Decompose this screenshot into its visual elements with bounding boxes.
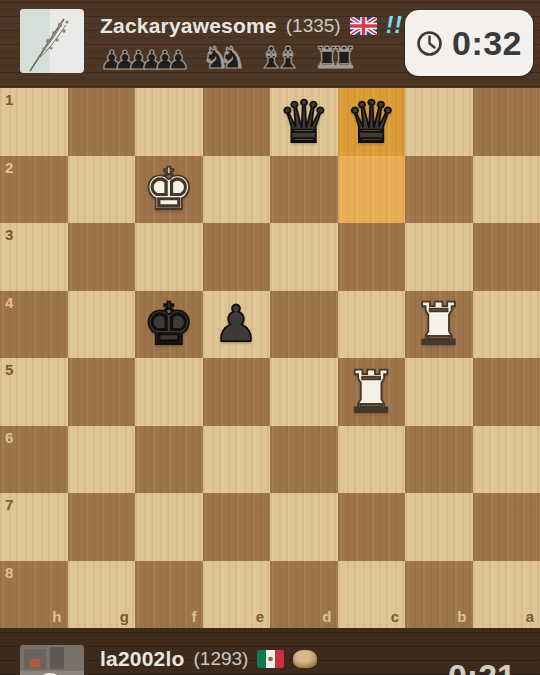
- square-g7[interactable]: [68, 493, 136, 561]
- square-e5[interactable]: [203, 358, 271, 426]
- square-a5[interactable]: [473, 358, 540, 426]
- square-h6[interactable]: 6: [0, 426, 68, 494]
- square-b6[interactable]: [405, 426, 473, 494]
- piece-white-rook-c5[interactable]: ♜: [345, 363, 397, 421]
- file-label-g: g: [120, 609, 129, 624]
- square-d7[interactable]: [270, 493, 338, 561]
- captured-pieces-row: ♟♟♟♟♟♟♞♞♝♝♜♜: [100, 41, 403, 73]
- square-c8[interactable]: c: [338, 561, 406, 629]
- square-a7[interactable]: [473, 493, 540, 561]
- square-a1[interactable]: [473, 88, 540, 156]
- captured-rook-icon: ♜: [330, 43, 357, 73]
- captured-knight-icon: ♞: [219, 43, 246, 73]
- square-h8[interactable]: 8h: [0, 561, 68, 629]
- captured-bishop-icon: ♝: [275, 43, 302, 73]
- file-label-h: h: [52, 609, 61, 624]
- captured-knight-group: ♞♞: [202, 43, 246, 73]
- square-b7[interactable]: [405, 493, 473, 561]
- rank-label-8: 8: [5, 565, 13, 580]
- square-e4[interactable]: ♟: [203, 291, 271, 359]
- opponent-clock: 0:32: [405, 10, 533, 76]
- mexico-flag-icon: [257, 650, 284, 668]
- rank-label-2: 2: [5, 160, 13, 175]
- own-avatar[interactable]: [20, 645, 84, 675]
- square-g5[interactable]: [68, 358, 136, 426]
- captured-rook-group: ♜♜: [314, 43, 358, 73]
- square-e2[interactable]: [203, 156, 271, 224]
- captured-bishop-group: ♝♝: [258, 43, 302, 73]
- square-f6[interactable]: [135, 426, 203, 494]
- square-e7[interactable]: [203, 493, 271, 561]
- captured-pawn-group: ♟♟♟♟♟♟: [100, 47, 190, 73]
- piece-black-queen-c1[interactable]: ♛: [345, 93, 397, 151]
- square-g3[interactable]: [68, 223, 136, 291]
- square-d4[interactable]: [270, 291, 338, 359]
- square-d3[interactable]: [270, 223, 338, 291]
- square-a3[interactable]: [473, 223, 540, 291]
- square-c7[interactable]: [338, 493, 406, 561]
- square-f4[interactable]: ♚: [135, 291, 203, 359]
- square-b1[interactable]: [405, 88, 473, 156]
- square-a8[interactable]: a: [473, 561, 540, 629]
- own-avatar-image: [20, 645, 84, 675]
- rank-label-7: 7: [5, 497, 13, 512]
- square-h4[interactable]: 4: [0, 291, 68, 359]
- handshake-emoji: [293, 650, 317, 668]
- captured-pawn-icon: ♟: [167, 47, 190, 73]
- file-label-c: c: [391, 609, 399, 624]
- square-e6[interactable]: [203, 426, 271, 494]
- square-f3[interactable]: [135, 223, 203, 291]
- file-label-f: f: [192, 609, 197, 624]
- opponent-username[interactable]: Zackaryawesome: [100, 14, 277, 38]
- piece-black-queen-d1[interactable]: ♛: [278, 93, 330, 151]
- square-f7[interactable]: [135, 493, 203, 561]
- opponent-avatar-image: [20, 9, 84, 73]
- own-rating: (1293): [194, 648, 249, 670]
- own-username[interactable]: la2002lo: [100, 647, 185, 671]
- square-d5[interactable]: [270, 358, 338, 426]
- square-g4[interactable]: [68, 291, 136, 359]
- clock-icon: [416, 30, 443, 57]
- square-f1[interactable]: [135, 88, 203, 156]
- rank-label-3: 3: [5, 227, 13, 242]
- opponent-rating: (1335): [286, 15, 341, 37]
- own-clock-time: 0:21: [448, 657, 516, 675]
- square-g1[interactable]: [68, 88, 136, 156]
- square-g6[interactable]: [68, 426, 136, 494]
- square-d6[interactable]: [270, 426, 338, 494]
- square-d1[interactable]: ♛: [270, 88, 338, 156]
- square-h7[interactable]: 7: [0, 493, 68, 561]
- square-a4[interactable]: [473, 291, 540, 359]
- opponent-clock-time: 0:32: [452, 24, 522, 63]
- square-f2[interactable]: ♚: [135, 156, 203, 224]
- square-b8[interactable]: b: [405, 561, 473, 629]
- square-e8[interactable]: e: [203, 561, 271, 629]
- square-c3[interactable]: [338, 223, 406, 291]
- brilliant-badge: !!: [386, 12, 403, 39]
- chess-board[interactable]: 1♛♛2♚34♚♟♜5♜678hgfedcba: [0, 88, 540, 628]
- square-h1[interactable]: 1: [0, 88, 68, 156]
- square-g8[interactable]: g: [68, 561, 136, 629]
- square-d2[interactable]: [270, 156, 338, 224]
- square-f5[interactable]: [135, 358, 203, 426]
- square-b2[interactable]: [405, 156, 473, 224]
- square-g2[interactable]: [68, 156, 136, 224]
- square-b4[interactable]: ♜: [405, 291, 473, 359]
- square-f8[interactable]: f: [135, 561, 203, 629]
- square-h2[interactable]: 2: [0, 156, 68, 224]
- square-d8[interactable]: d: [270, 561, 338, 629]
- file-label-b: b: [457, 609, 466, 624]
- square-h5[interactable]: 5: [0, 358, 68, 426]
- rank-label-4: 4: [5, 295, 13, 310]
- piece-white-king-f2[interactable]: ♚: [143, 160, 195, 218]
- square-e3[interactable]: [203, 223, 271, 291]
- piece-white-rook-b4[interactable]: ♜: [413, 295, 465, 353]
- square-h3[interactable]: 3: [0, 223, 68, 291]
- uk-flag-icon: [350, 17, 377, 35]
- square-a2[interactable]: [473, 156, 540, 224]
- square-b5[interactable]: [405, 358, 473, 426]
- file-label-a: a: [526, 609, 534, 624]
- square-b3[interactable]: [405, 223, 473, 291]
- rank-label-6: 6: [5, 430, 13, 445]
- square-c2[interactable]: [338, 156, 406, 224]
- piece-black-pawn-e4[interactable]: ♟: [214, 299, 259, 349]
- square-c6[interactable]: [338, 426, 406, 494]
- square-c4[interactable]: [338, 291, 406, 359]
- square-e1[interactable]: [203, 88, 271, 156]
- square-a6[interactable]: [473, 426, 540, 494]
- chess-game-screen: { "game": "chess", "position": { "fen": …: [0, 0, 540, 675]
- rank-label-5: 5: [5, 362, 13, 377]
- piece-black-king-f4[interactable]: ♚: [143, 295, 195, 353]
- square-c5[interactable]: ♜: [338, 358, 406, 426]
- square-c1[interactable]: ♛: [338, 88, 406, 156]
- rank-label-1: 1: [5, 92, 13, 107]
- file-label-e: e: [256, 609, 264, 624]
- opponent-avatar[interactable]: [20, 9, 84, 73]
- file-label-d: d: [322, 609, 331, 624]
